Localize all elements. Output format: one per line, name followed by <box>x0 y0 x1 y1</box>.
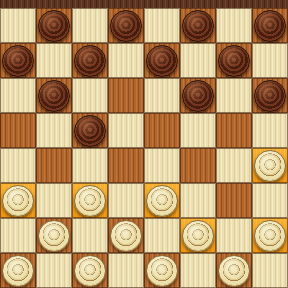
square-r6c6 <box>180 183 216 218</box>
square-r3c3 <box>72 78 108 113</box>
square-r4c5[interactable] <box>144 113 180 148</box>
square-r3c5 <box>144 78 180 113</box>
square-r2c1[interactable]: ⛂ <box>0 43 36 78</box>
square-r2c8 <box>252 43 288 78</box>
dark-piece[interactable]: ⛂ <box>182 10 214 42</box>
light-piece[interactable]: ⛀ <box>254 150 286 182</box>
square-r6c7[interactable] <box>216 183 252 218</box>
light-piece[interactable]: ⛀ <box>74 255 106 287</box>
square-r7c4[interactable]: ⛀ <box>108 218 144 253</box>
square-r5c5 <box>144 148 180 183</box>
board-border-top <box>0 0 288 8</box>
square-r2c5[interactable]: ⛂ <box>144 43 180 78</box>
square-r5c3 <box>72 148 108 183</box>
square-r1c1 <box>0 8 36 43</box>
square-r6c2 <box>36 183 72 218</box>
square-r1c8[interactable]: ⛂ <box>252 8 288 43</box>
square-r3c4[interactable] <box>108 78 144 113</box>
dark-piece[interactable]: ⛂ <box>2 45 34 77</box>
light-piece[interactable]: ⛀ <box>146 185 178 217</box>
dark-piece[interactable]: ⛂ <box>254 10 286 42</box>
dark-piece[interactable]: ⛂ <box>74 115 106 147</box>
square-r1c6[interactable]: ⛂ <box>180 8 216 43</box>
square-r7c6[interactable]: ⛀ <box>180 218 216 253</box>
square-r8c7[interactable]: ⛀ <box>216 253 252 288</box>
square-r4c4 <box>108 113 144 148</box>
square-r1c5 <box>144 8 180 43</box>
square-r7c1 <box>0 218 36 253</box>
dark-piece[interactable]: ⛂ <box>146 45 178 77</box>
square-r5c4[interactable] <box>108 148 144 183</box>
square-r6c8 <box>252 183 288 218</box>
dark-piece[interactable]: ⛂ <box>74 45 106 77</box>
square-r5c8[interactable]: ⛀ <box>252 148 288 183</box>
square-r2c3[interactable]: ⛂ <box>72 43 108 78</box>
light-piece[interactable]: ⛀ <box>2 185 34 217</box>
checkers-board: ⛂⛂⛂⛂⛂⛂⛂⛂⛂⛂⛂⛂⛀⛀⛀⛀⛀⛀⛀⛀⛀⛀⛀⛀ <box>0 0 288 288</box>
light-piece[interactable]: ⛀ <box>74 185 106 217</box>
square-r1c4[interactable]: ⛂ <box>108 8 144 43</box>
square-r3c2[interactable]: ⛂ <box>36 78 72 113</box>
square-r4c8 <box>252 113 288 148</box>
square-r3c7 <box>216 78 252 113</box>
square-r1c3 <box>72 8 108 43</box>
square-r8c3[interactable]: ⛀ <box>72 253 108 288</box>
square-r3c8[interactable]: ⛂ <box>252 78 288 113</box>
light-piece[interactable]: ⛀ <box>182 220 214 252</box>
square-r5c2[interactable] <box>36 148 72 183</box>
dark-piece[interactable]: ⛂ <box>38 80 70 112</box>
square-r5c6[interactable] <box>180 148 216 183</box>
square-r6c5[interactable]: ⛀ <box>144 183 180 218</box>
square-r8c4 <box>108 253 144 288</box>
square-r1c7 <box>216 8 252 43</box>
square-r7c5 <box>144 218 180 253</box>
square-r6c1[interactable]: ⛀ <box>0 183 36 218</box>
square-r8c8 <box>252 253 288 288</box>
light-piece[interactable]: ⛀ <box>110 220 142 252</box>
light-piece[interactable]: ⛀ <box>2 255 34 287</box>
light-piece[interactable]: ⛀ <box>38 220 70 252</box>
dark-piece[interactable]: ⛂ <box>218 45 250 77</box>
light-piece[interactable]: ⛀ <box>254 220 286 252</box>
square-r6c4 <box>108 183 144 218</box>
light-piece[interactable]: ⛀ <box>218 255 250 287</box>
square-r7c2[interactable]: ⛀ <box>36 218 72 253</box>
square-r5c7 <box>216 148 252 183</box>
square-r8c6 <box>180 253 216 288</box>
square-r7c8[interactable]: ⛀ <box>252 218 288 253</box>
light-piece[interactable]: ⛀ <box>146 255 178 287</box>
dark-piece[interactable]: ⛂ <box>254 80 286 112</box>
square-r2c4 <box>108 43 144 78</box>
square-r8c1[interactable]: ⛀ <box>0 253 36 288</box>
square-r4c6 <box>180 113 216 148</box>
square-r5c1 <box>0 148 36 183</box>
square-r4c7[interactable] <box>216 113 252 148</box>
dark-piece[interactable]: ⛂ <box>182 80 214 112</box>
square-r6c3[interactable]: ⛀ <box>72 183 108 218</box>
square-r3c6[interactable]: ⛂ <box>180 78 216 113</box>
board-grid: ⛂⛂⛂⛂⛂⛂⛂⛂⛂⛂⛂⛂⛀⛀⛀⛀⛀⛀⛀⛀⛀⛀⛀⛀ <box>0 8 288 288</box>
square-r2c7[interactable]: ⛂ <box>216 43 252 78</box>
dark-piece[interactable]: ⛂ <box>110 10 142 42</box>
square-r3c1 <box>0 78 36 113</box>
square-r7c3 <box>72 218 108 253</box>
square-r1c2[interactable]: ⛂ <box>36 8 72 43</box>
square-r7c7 <box>216 218 252 253</box>
square-r8c5[interactable]: ⛀ <box>144 253 180 288</box>
square-r4c3[interactable]: ⛂ <box>72 113 108 148</box>
dark-piece[interactable]: ⛂ <box>38 10 70 42</box>
square-r2c2 <box>36 43 72 78</box>
square-r4c2 <box>36 113 72 148</box>
square-r2c6 <box>180 43 216 78</box>
square-r4c1[interactable] <box>0 113 36 148</box>
square-r8c2 <box>36 253 72 288</box>
